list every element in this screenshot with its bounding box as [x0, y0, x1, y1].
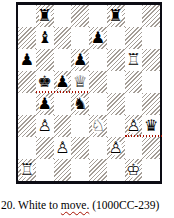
- square-g5[interactable]: [125, 71, 143, 93]
- black-bishop: ♝: [36, 27, 54, 49]
- chess-board-frame: ♜♜♝♟♟♟♖♚♟♕♟♞♙♘♙♛♙♙♖♔: [16, 2, 162, 184]
- square-g3[interactable]: ♙: [125, 115, 143, 137]
- black-queen: ♛: [142, 115, 160, 137]
- white-knight: ♘: [89, 115, 107, 137]
- white-pawn: ♙: [107, 137, 125, 159]
- black-king: ♚: [36, 71, 54, 93]
- black-pawn: ♟: [36, 93, 54, 115]
- square-a1[interactable]: ♖: [18, 159, 36, 181]
- square-h5[interactable]: [142, 71, 160, 93]
- square-d3[interactable]: [71, 115, 89, 137]
- white-pawn: ♙: [36, 115, 54, 137]
- square-b7[interactable]: ♝: [36, 27, 54, 49]
- square-f1[interactable]: [107, 159, 125, 181]
- square-e4[interactable]: [89, 93, 107, 115]
- square-d8[interactable]: [71, 5, 89, 27]
- square-h1[interactable]: [142, 159, 160, 181]
- square-f6[interactable]: [107, 49, 125, 71]
- square-h3[interactable]: ♛: [142, 115, 160, 137]
- spellcheck-squiggle-b5-d5: [36, 91, 89, 93]
- square-c8[interactable]: [54, 5, 72, 27]
- square-c7[interactable]: [54, 27, 72, 49]
- white-queen: ♕: [71, 71, 89, 93]
- square-g7[interactable]: [125, 27, 143, 49]
- black-pawn: ♟: [54, 71, 72, 93]
- square-g1[interactable]: ♔: [125, 159, 143, 181]
- square-h2[interactable]: [142, 137, 160, 159]
- white-rook: ♖: [125, 49, 143, 71]
- square-c3[interactable]: [54, 115, 72, 137]
- square-e6[interactable]: [89, 49, 107, 71]
- square-f8[interactable]: ♜: [107, 5, 125, 27]
- square-a8[interactable]: [18, 5, 36, 27]
- square-f3[interactable]: [107, 115, 125, 137]
- white-pawn: ♙: [54, 137, 72, 159]
- white-king: ♔: [125, 159, 143, 181]
- square-e3[interactable]: ♘: [89, 115, 107, 137]
- square-a4[interactable]: [18, 93, 36, 115]
- caption-prefix: 20. White to: [1, 199, 61, 211]
- square-h7[interactable]: [142, 27, 160, 49]
- black-knight: ♞: [71, 93, 89, 115]
- square-a6[interactable]: ♟: [18, 49, 36, 71]
- square-d4[interactable]: ♞: [71, 93, 89, 115]
- square-h8[interactable]: [142, 5, 160, 27]
- square-c4[interactable]: [54, 93, 72, 115]
- square-a5[interactable]: [18, 71, 36, 93]
- square-g8[interactable]: [125, 5, 143, 27]
- square-e1[interactable]: [89, 159, 107, 181]
- white-pawn: ♙: [125, 115, 143, 137]
- square-f2[interactable]: ♙: [107, 137, 125, 159]
- chess-board: ♜♜♝♟♟♟♖♚♟♕♟♞♙♘♙♛♙♙♖♔: [18, 5, 160, 181]
- square-b4[interactable]: ♟: [36, 93, 54, 115]
- square-f7[interactable]: [107, 27, 125, 49]
- black-pawn: ♟: [89, 27, 107, 49]
- square-b6[interactable]: [36, 49, 54, 71]
- square-c1[interactable]: [54, 159, 72, 181]
- square-e7[interactable]: ♟: [89, 27, 107, 49]
- black-pawn: ♟: [71, 49, 89, 71]
- square-h6[interactable]: [142, 49, 160, 71]
- square-g4[interactable]: [125, 93, 143, 115]
- square-f5[interactable]: [107, 71, 125, 93]
- spellcheck-squiggle-g3-h3: [125, 135, 162, 137]
- square-a2[interactable]: [18, 137, 36, 159]
- square-c6[interactable]: [54, 49, 72, 71]
- square-e8[interactable]: [89, 5, 107, 27]
- square-g6[interactable]: ♖: [125, 49, 143, 71]
- square-b8[interactable]: ♜: [36, 5, 54, 27]
- square-e2[interactable]: [89, 137, 107, 159]
- square-a7[interactable]: [18, 27, 36, 49]
- square-d6[interactable]: ♟: [71, 49, 89, 71]
- caption-source-code: (1000CC-239): [89, 199, 159, 211]
- square-d7[interactable]: [71, 27, 89, 49]
- black-rook: ♜: [107, 5, 125, 27]
- black-pawn: ♟: [18, 49, 36, 71]
- square-c5[interactable]: ♟: [54, 71, 72, 93]
- square-c2[interactable]: ♙: [54, 137, 72, 159]
- square-d5[interactable]: ♕: [71, 71, 89, 93]
- caption-underlined-word: move.: [61, 199, 89, 211]
- square-a3[interactable]: [18, 115, 36, 137]
- square-b5[interactable]: ♚: [36, 71, 54, 93]
- square-f4[interactable]: [107, 93, 125, 115]
- diagram-caption: 20. White to move. (1000CC-239): [1, 199, 173, 211]
- square-g2[interactable]: [125, 137, 143, 159]
- square-h4[interactable]: [142, 93, 160, 115]
- square-b2[interactable]: [36, 137, 54, 159]
- square-b1[interactable]: [36, 159, 54, 181]
- square-d2[interactable]: [71, 137, 89, 159]
- square-d1[interactable]: [71, 159, 89, 181]
- white-rook: ♖: [18, 159, 36, 181]
- square-b3[interactable]: ♙: [36, 115, 54, 137]
- black-rook: ♜: [36, 5, 54, 27]
- square-e5[interactable]: [89, 71, 107, 93]
